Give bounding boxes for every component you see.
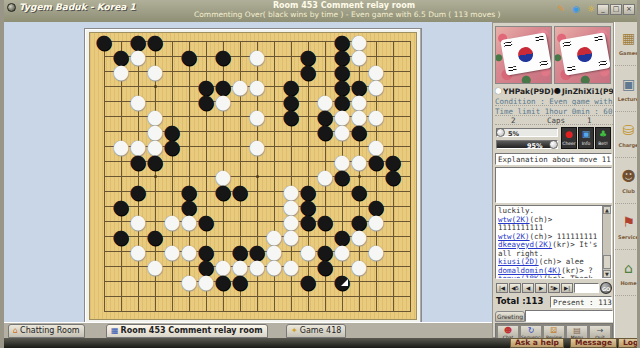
close-button[interactable]: × [623,4,635,15]
white-stone: ● [130,94,147,109]
white-stone: ● [351,259,368,274]
people-icon: ☻ [615,164,640,188]
book-icon: ▤ [567,326,587,335]
white-stone: ● [215,94,232,109]
nav-forward-button[interactable]: ▶ [535,283,547,293]
slider-knob[interactable] [549,140,558,149]
red-ball-icon: ● [562,128,576,141]
white-confidence-slider[interactable]: 5% [496,128,558,137]
right-panel: ● YHPak(P9D) ● JinZhiXi1(P9D) Condition … [492,22,614,338]
black-stone: ● [317,214,334,229]
slider-knob[interactable] [496,128,505,137]
goboard-icon: ▦ [615,26,640,50]
white-stone: ● [249,259,266,274]
nav-forward5-button[interactable]: 5▶ [548,283,560,293]
white-stone: ● [368,79,385,94]
last-move-marker [341,279,348,286]
toolbar-service[interactable]: ⚑ Service [615,210,640,250]
black-stone: ● [300,64,317,79]
star-icon: ✦ [291,326,298,335]
white-stone: ● [249,139,266,154]
black-stone: ● [300,274,317,289]
condition-row: Condition : Even game with 6.5 D [495,97,613,106]
black-stone: ● [130,154,147,169]
white-stone: ● [334,244,351,259]
game-status-line: Commenting Over( black wins by time ) - … [194,10,494,19]
greeting-tab[interactable]: Greeting [495,311,525,322]
house-icon: ⌂ [13,326,18,335]
black-stone: ● [215,184,232,199]
cheer-button[interactable]: ● Cheer [561,127,577,149]
chat-scrollbar[interactable]: ▲ ▼ [602,206,611,278]
bet-button[interactable]: ♣ Bet! [595,127,611,149]
go-board[interactable]: ●●●●●●●●●●●●●●●●●●●●●●●●●●●●●●●●●●●●●●●●… [89,32,417,320]
white-stone: ● [147,259,164,274]
black-stone: ● [334,274,351,289]
white-stone: ● [164,214,181,229]
white-stone: ● [249,109,266,124]
game-area: ●●●●●●●●●●●●●●●●●●●●●●●●●●●●●●●●●●●●●●●●… [4,22,492,322]
black-stone: ● [113,199,130,214]
white-stone: ● [351,229,368,244]
white-stone: ● [249,49,266,64]
black-confidence-slider[interactable]: 95% [496,140,558,149]
move-number-input[interactable] [574,283,599,293]
ask-help-button[interactable]: Ask a help [510,338,564,348]
board-icon: ▦ [111,326,119,335]
chat-input[interactable] [525,310,613,322]
scroll-thumb[interactable] [603,255,611,269]
tv-icon: ▣ [615,72,640,96]
white-stone: ● [164,244,181,259]
white-stone: ● [266,259,283,274]
chat-box: luckily.wtw(2K)(ch)> 1111111111wtw(2K)(c… [495,205,612,279]
coins-icon: ⛁ [615,118,640,142]
white-stone: ● [181,274,198,289]
app-window: Tygem Baduk - Korea 1 Room 453 Comment r… [0,0,640,348]
tab-comment-relay-room[interactable]: ▦Room 453 Comment relay room [106,324,268,338]
white-captures: 2 [511,116,516,125]
black-stone: ● [164,139,181,154]
black-stone-icon: ● [554,87,561,95]
side-toolbar: ▦ Games ▣ Lecture ⛁ Charge ☻ Club ⚑ Serv… [614,22,640,338]
black-stone: ● [317,259,334,274]
white-stone: ● [181,244,198,259]
white-stone: ● [351,49,368,64]
chat-icon: ☻ [498,326,518,335]
white-stone: ● [283,259,300,274]
white-stone: ● [130,244,147,259]
info-icon: ▣ [579,128,593,141]
black-stone: ● [215,274,232,289]
korean-flag-icon [500,32,552,75]
black-stone: ● [351,184,368,199]
black-stone: ● [232,184,249,199]
toolbar-charge[interactable]: ⛁ Charge [615,118,640,158]
chat-nick-link[interactable]: tomun(18K) [498,274,543,279]
time-limit-row: Time limit 1hour 0min : 60 Sec / [495,107,613,116]
white-stone: ● [130,214,147,229]
black-stone: ● [96,34,113,49]
explanation-box: Explanation about move 113 [495,153,612,165]
black-player-name: JinZhiXi1(P9D) [562,87,613,96]
chat-line: wtw(2K)(ch)> 1111111111 [498,216,600,233]
black-stone: ● [113,229,130,244]
pencil-icon[interactable]: ✎ [555,3,567,15]
white-stone: ● [300,244,317,259]
black-stone: ● [130,184,147,199]
white-stone: ● [283,229,300,244]
chat-line: tomun(18K)(kr)> Thank you. See you again… [498,275,600,279]
nav-back-button[interactable]: ◀ [522,283,534,293]
white-stone: ● [368,214,385,229]
scroll-down-icon[interactable]: ▼ [603,270,611,278]
white-stone: ● [147,64,164,79]
chat-line: dkeayeyd(2K)(kr)> It's all right. [498,241,600,258]
board-frame: ●●●●●●●●●●●●●●●●●●●●●●●●●●●●●●●●●●●●●●●●… [84,28,422,324]
white-stone: ● [130,49,147,64]
white-stone: ● [317,169,334,184]
flag-icon: ⚑ [615,210,640,234]
toolbar-games[interactable]: ▦ Games [615,26,640,66]
title-bar: Tygem Baduk - Korea 1 Room 453 Comment r… [4,0,637,22]
window-title: Tygem Baduk - Korea 1 [19,2,136,12]
white-stone: ● [181,214,198,229]
black-stone: ● [283,109,300,124]
white-stone: ● [232,79,249,94]
explanation-text: Explanation about move 113 [496,154,611,165]
korean-flag-icon [559,32,611,75]
black-stone: ● [215,49,232,64]
scroll-up-icon[interactable]: ▲ [603,206,611,214]
black-stone: ● [198,94,215,109]
white-stone: ● [198,274,215,289]
black-stone: ● [385,169,402,184]
dice-icon: ⚄ [544,326,564,335]
tab-chatting-room[interactable]: ⌂Chatting Room [8,324,85,338]
nav-back5-button[interactable]: ◀5 [509,283,521,293]
black-stone: ● [300,214,317,229]
black-stone: ● [232,274,249,289]
tab-game[interactable]: ✦Game 418 [286,324,346,338]
message-button[interactable]: Message [570,338,617,348]
go-button[interactable]: GO [600,282,612,294]
bulb-icon[interactable]: ☼ [585,3,597,15]
white-stone-icon: ● [495,87,502,95]
nav-last-button[interactable]: ▶| [561,283,573,293]
sequence-icon: ↻ [521,326,541,335]
black-captures: 1 [587,116,592,125]
nav-first-button[interactable]: |◀ [496,283,508,293]
white-stone: ● [249,79,266,94]
white-stone: ● [334,124,351,139]
exit-icon: → [590,326,610,335]
bet-icon: ♣ [596,128,610,141]
white-player-photo [495,26,552,84]
captures-label: Caps [547,116,565,125]
info-button[interactable]: ▣ Info [578,127,594,149]
toolbar-home[interactable]: ⌂ Home [615,256,640,296]
black-stone: ● [147,154,164,169]
black-stone: ● [334,169,351,184]
black-stone: ● [368,154,385,169]
white-stone: ● [113,64,130,79]
globe-icon[interactable]: ◉ [570,3,582,15]
logout-button[interactable]: Log Out [618,338,640,348]
maximize-button[interactable]: □ [610,4,622,15]
commentary-box [495,167,612,203]
star-point [154,175,157,178]
total-moves: Total :113 [496,296,543,306]
star-point [154,85,157,88]
present-move: Present : 113 [550,296,612,308]
room-title: Room 453 Comment relay room [194,1,494,10]
home-icon: ⌂ [615,256,640,280]
black-stone: ● [198,214,215,229]
bottom-strip: Ask a help Message Log Out [4,338,637,348]
black-stone: ● [181,49,198,64]
toolbar-club[interactable]: ☻ Club [615,164,640,204]
black-stone: ● [147,229,164,244]
bottom-tab-bar: ⌂Chatting Room ▦Room 453 Comment relay r… [4,322,492,338]
white-stone: ● [368,244,385,259]
black-player-photo [554,26,611,84]
star-point [256,175,259,178]
white-stone: ● [113,139,130,154]
white-stone: ● [351,154,368,169]
black-stone: ● [351,124,368,139]
toolbar-lecture[interactable]: ▣ Lecture [615,72,640,112]
star-point [358,175,361,178]
black-stone: ● [317,124,334,139]
white-stone: ● [368,109,385,124]
white-player-name: YHPak(P9D) [503,87,554,96]
app-logo-icon [7,3,16,12]
black-stone: ● [147,34,164,49]
minimize-button[interactable]: _ [597,4,609,15]
captures-row: 2 Caps 1 [495,116,613,125]
